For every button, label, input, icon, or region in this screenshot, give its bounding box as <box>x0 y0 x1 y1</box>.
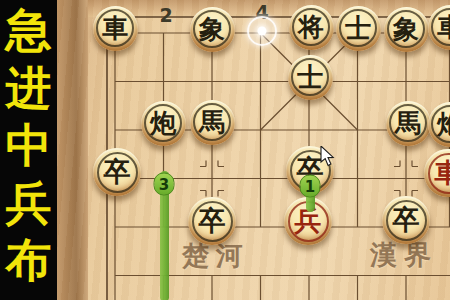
piece-glyph: 卒 <box>382 196 430 244</box>
banner-char: 进 <box>6 60 52 118</box>
xiangqi-board[interactable]: 楚河 漢界 車象将士象車士炮馬馬炮卒卒車卒兵卒 2431 <box>57 0 450 300</box>
piece-black-象-c2r0[interactable]: 象 <box>190 7 235 52</box>
piece-black-車-c0r0[interactable]: 車 <box>93 6 138 51</box>
app-window: 急进中兵布 <box>0 0 450 300</box>
mouse-cursor-icon <box>320 146 336 167</box>
piece-glyph: 馬 <box>386 101 431 146</box>
piece-black-卒-c6r4[interactable]: 卒 <box>382 196 430 244</box>
move-pin-1: 1 <box>300 175 321 198</box>
banner-char: 兵 <box>6 175 52 233</box>
piece-glyph: 馬 <box>190 100 235 145</box>
piece-glyph: 車 <box>93 6 138 51</box>
move-number-2: 2 <box>159 4 172 26</box>
banner-char: 急 <box>6 2 52 60</box>
piece-glyph: 卒 <box>188 197 236 245</box>
piece-black-車-c7r0[interactable]: 車 <box>428 5 450 50</box>
piece-black-炮-c7r2[interactable]: 炮 <box>428 102 450 147</box>
sparkle-core <box>258 27 267 36</box>
piece-glyph: 炮 <box>428 102 450 147</box>
piece-black-士-c5r0[interactable]: 士 <box>336 6 381 51</box>
title-banner: 急进中兵布 <box>0 0 57 300</box>
piece-black-卒-c2r4[interactable]: 卒 <box>188 197 236 245</box>
piece-black-象-c6r0[interactable]: 象 <box>384 7 429 52</box>
piece-black-馬-c6r2[interactable]: 馬 <box>386 101 431 146</box>
piece-black-士-c4r1[interactable]: 士 <box>288 55 333 100</box>
banner-char: 布 <box>6 232 52 290</box>
piece-black-馬-c2r2[interactable]: 馬 <box>190 100 235 145</box>
piece-red-車-c7r3[interactable]: 車 <box>424 149 450 197</box>
move-pin-3: 3 <box>154 173 175 196</box>
piece-glyph: 将 <box>289 5 334 50</box>
move-origin-sparkle <box>247 16 277 46</box>
piece-black-将-c4r0[interactable]: 将 <box>289 5 334 50</box>
piece-glyph: 車 <box>424 149 450 197</box>
piece-black-卒-c0r3[interactable]: 卒 <box>93 148 141 196</box>
banner-char: 中 <box>6 117 52 175</box>
piece-glyph: 車 <box>428 5 450 50</box>
piece-glyph: 卒 <box>93 148 141 196</box>
piece-glyph: 象 <box>190 7 235 52</box>
piece-black-炮-c1r2[interactable]: 炮 <box>141 101 186 146</box>
piece-glyph: 士 <box>288 55 333 100</box>
piece-glyph: 士 <box>336 6 381 51</box>
piece-glyph: 象 <box>384 7 429 52</box>
piece-glyph: 炮 <box>141 101 186 146</box>
